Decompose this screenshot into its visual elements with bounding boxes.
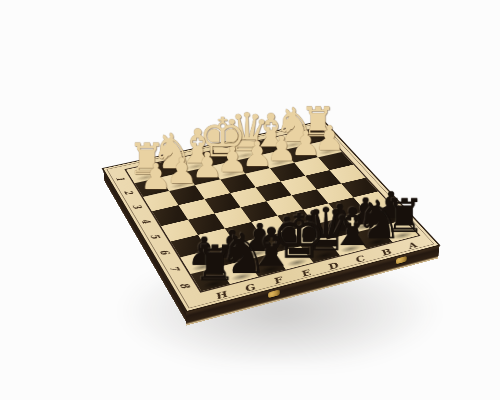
chess-set-photo: 12345678 HGFEDCBA ♜♞♝♚♛♝♞♜♟♟♟♟♟♟♟♟♟♟♟♟♟♟… [0, 0, 500, 400]
piece-white-rook: ♜ [300, 104, 337, 142]
piece-black-rook: ♜ [384, 195, 425, 237]
